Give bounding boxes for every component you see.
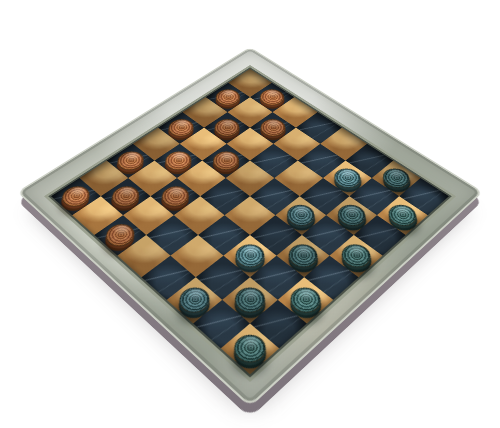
brown-checker-piece[interactable] <box>100 220 140 251</box>
board-square[interactable] <box>193 300 250 349</box>
board-square[interactable] <box>250 215 302 255</box>
green-checker-piece[interactable] <box>283 240 324 273</box>
board-square[interactable] <box>221 324 279 375</box>
checkers-board <box>17 47 484 408</box>
board-square[interactable] <box>275 196 326 235</box>
board-square[interactable] <box>123 196 174 235</box>
brown-checker-piece[interactable] <box>57 182 95 211</box>
board-square[interactable] <box>277 235 330 277</box>
board-square[interactable] <box>94 215 146 255</box>
board-square[interactable] <box>146 215 198 255</box>
playing-area <box>48 67 452 377</box>
board-square[interactable] <box>170 235 223 277</box>
board-square[interactable] <box>377 196 428 235</box>
board-square[interactable] <box>250 300 307 349</box>
green-checker-piece[interactable] <box>173 282 216 318</box>
board-square[interactable] <box>330 235 383 277</box>
board-square[interactable] <box>142 256 196 300</box>
green-checker-piece[interactable] <box>383 200 422 230</box>
green-checker-piece[interactable] <box>228 329 273 368</box>
board-square[interactable] <box>225 196 276 235</box>
green-checker-piece[interactable] <box>230 240 271 273</box>
board-square[interactable] <box>72 196 123 235</box>
board-square[interactable] <box>167 277 223 323</box>
green-checker-piece[interactable] <box>229 282 272 318</box>
board-square[interactable] <box>198 215 250 255</box>
green-checker-piece[interactable] <box>281 200 320 230</box>
board-photo <box>0 0 500 428</box>
green-checker-piece[interactable] <box>332 200 371 230</box>
board-frame <box>17 47 484 408</box>
green-checker-piece[interactable] <box>336 240 377 273</box>
board-square[interactable] <box>174 196 225 235</box>
board-square[interactable] <box>117 235 170 277</box>
green-checker-piece[interactable] <box>284 282 327 318</box>
board-square[interactable] <box>304 256 358 300</box>
board-square[interactable] <box>302 215 354 255</box>
board-square[interactable] <box>223 235 276 277</box>
board-square[interactable] <box>326 196 377 235</box>
board-square[interactable] <box>196 256 250 300</box>
board-square[interactable] <box>354 215 406 255</box>
board-square[interactable] <box>222 277 278 323</box>
board-square[interactable] <box>278 277 334 323</box>
board-square[interactable] <box>250 256 304 300</box>
